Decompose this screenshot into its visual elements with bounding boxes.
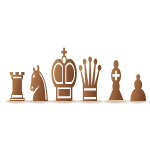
chess-piece-pawn: ♟ [121,70,150,107]
chess-pieces-photo: ♜ ♞ ♚ ♛ ♝ ♟ [0,0,150,150]
pawn-glyph: ♟ [126,70,149,107]
